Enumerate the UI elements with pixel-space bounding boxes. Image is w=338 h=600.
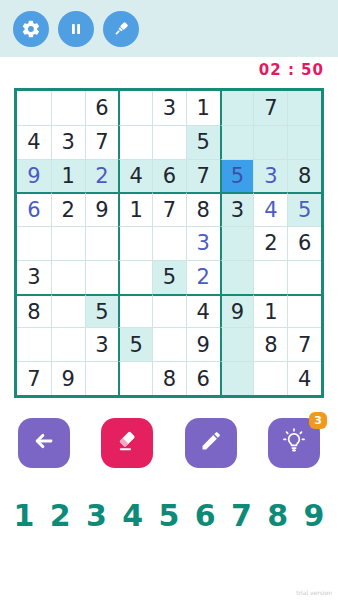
sudoku-cell-r8c4[interactable]: 5	[118, 327, 152, 361]
sudoku-cell-r2c1[interactable]: 4	[17, 125, 51, 159]
pencil-icon	[199, 429, 223, 457]
sudoku-cell-r5c7[interactable]	[220, 226, 254, 260]
sudoku-cell-r2c6[interactable]: 5	[186, 125, 220, 159]
sudoku-cell-r8c7[interactable]	[220, 327, 254, 361]
sudoku-cell-r2c9[interactable]	[287, 125, 321, 159]
sudoku-cell-r9c5[interactable]: 8	[152, 361, 186, 395]
lightbulb-icon	[280, 427, 308, 459]
sudoku-cell-r6c1[interactable]: 3	[17, 260, 51, 294]
sudoku-cell-r8c6[interactable]: 9	[186, 327, 220, 361]
eraser-icon	[114, 428, 140, 458]
sudoku-cell-r9c4[interactable]	[118, 361, 152, 395]
sudoku-cell-r3c3[interactable]: 2	[85, 159, 119, 193]
sudoku-cell-r9c2[interactable]: 9	[51, 361, 85, 395]
undo-arrow-icon	[31, 428, 57, 458]
sudoku-cell-r7c5[interactable]	[152, 294, 186, 328]
sudoku-cell-r8c9[interactable]: 7	[287, 327, 321, 361]
sudoku-cell-r9c7[interactable]	[220, 361, 254, 395]
sudoku-cell-r3c6[interactable]: 7	[186, 159, 220, 193]
sudoku-cell-r6c9[interactable]	[287, 260, 321, 294]
sudoku-cell-r7c2[interactable]	[51, 294, 85, 328]
top-toolbar	[0, 0, 338, 57]
sudoku-cell-r3c5[interactable]: 6	[152, 159, 186, 193]
sudoku-cell-r7c7[interactable]: 9	[220, 294, 254, 328]
sudoku-cell-r2c5[interactable]	[152, 125, 186, 159]
sudoku-cell-r1c7[interactable]	[220, 91, 254, 125]
sudoku-cell-r1c9[interactable]	[287, 91, 321, 125]
undo-button[interactable]	[18, 418, 70, 468]
sudoku-cell-r4c5[interactable]: 7	[152, 192, 186, 226]
sudoku-cell-r3c2[interactable]: 1	[51, 159, 85, 193]
sudoku-cell-r4c3[interactable]: 9	[85, 192, 119, 226]
sudoku-cell-r9c1[interactable]: 7	[17, 361, 51, 395]
sudoku-cell-r3c1[interactable]: 9	[17, 159, 51, 193]
numpad-6[interactable]: 6	[193, 501, 217, 531]
sudoku-cell-r1c1[interactable]	[17, 91, 51, 125]
sudoku-cell-r1c3[interactable]: 6	[85, 91, 119, 125]
sudoku-cell-r7c6[interactable]: 4	[186, 294, 220, 328]
settings-button[interactable]	[13, 11, 49, 47]
sudoku-cell-r6c7[interactable]	[220, 260, 254, 294]
sudoku-cell-r9c6[interactable]: 6	[186, 361, 220, 395]
sudoku-cell-r8c5[interactable]	[152, 327, 186, 361]
sudoku-cell-r4c8[interactable]: 4	[253, 192, 287, 226]
sudoku-cell-r5c6[interactable]: 3	[186, 226, 220, 260]
numpad-7[interactable]: 7	[230, 501, 254, 531]
sudoku-cell-r5c4[interactable]	[118, 226, 152, 260]
sudoku-cell-r6c2[interactable]	[51, 260, 85, 294]
numpad-4[interactable]: 4	[121, 501, 145, 531]
sudoku-cell-r3c9[interactable]: 8	[287, 159, 321, 193]
gear-icon	[21, 19, 41, 39]
sudoku-cell-r4c2[interactable]: 2	[51, 192, 85, 226]
sudoku-cell-r9c8[interactable]	[253, 361, 287, 395]
sudoku-cell-r7c9[interactable]	[287, 294, 321, 328]
number-pad: 123456789	[0, 498, 338, 534]
numpad-9[interactable]: 9	[302, 501, 326, 531]
sudoku-cell-r7c8[interactable]: 1	[253, 294, 287, 328]
sudoku-board: 6317437591246753862917834532635285491359…	[14, 88, 324, 398]
sudoku-cell-r5c1[interactable]	[17, 226, 51, 260]
sudoku-cell-r5c8[interactable]: 2	[253, 226, 287, 260]
sudoku-cell-r4c4[interactable]: 1	[118, 192, 152, 226]
sudoku-cell-r6c5[interactable]: 5	[152, 260, 186, 294]
pause-button[interactable]	[58, 11, 94, 47]
timer: 02 : 50	[259, 61, 324, 79]
pause-icon	[66, 19, 86, 39]
watermark-text: trial version	[296, 589, 332, 596]
numpad-2[interactable]: 2	[48, 501, 72, 531]
numpad-5[interactable]: 5	[157, 501, 181, 531]
sudoku-cell-r4c9[interactable]: 5	[287, 192, 321, 226]
sudoku-cell-r1c8[interactable]: 7	[253, 91, 287, 125]
sudoku-cell-r5c9[interactable]: 6	[287, 226, 321, 260]
numpad-3[interactable]: 3	[85, 501, 109, 531]
numpad-1[interactable]: 1	[12, 501, 36, 531]
sudoku-cell-r8c1[interactable]	[17, 327, 51, 361]
sudoku-cell-r7c1[interactable]: 8	[17, 294, 51, 328]
sudoku-cell-r5c5[interactable]	[152, 226, 186, 260]
sudoku-cell-r2c4[interactable]	[118, 125, 152, 159]
sudoku-cell-r1c4[interactable]	[118, 91, 152, 125]
sudoku-cell-r6c4[interactable]	[118, 260, 152, 294]
paintbrush-icon	[111, 19, 131, 39]
sudoku-cell-r7c3[interactable]: 5	[85, 294, 119, 328]
sudoku-cell-r3c4[interactable]: 4	[118, 159, 152, 193]
sudoku-cell-r2c2[interactable]: 3	[51, 125, 85, 159]
erase-button[interactable]	[101, 418, 153, 468]
sudoku-cell-r1c5[interactable]: 3	[152, 91, 186, 125]
sudoku-cell-r4c1[interactable]: 6	[17, 192, 51, 226]
sudoku-cell-r8c3[interactable]: 3	[85, 327, 119, 361]
sudoku-cell-r1c2[interactable]	[51, 91, 85, 125]
sudoku-cell-r2c7[interactable]	[220, 125, 254, 159]
numpad-8[interactable]: 8	[266, 501, 290, 531]
sudoku-cell-r6c6[interactable]: 2	[186, 260, 220, 294]
hint-count-badge: 3	[309, 412, 327, 429]
sudoku-cell-r6c8[interactable]	[253, 260, 287, 294]
sudoku-cell-r5c2[interactable]	[51, 226, 85, 260]
action-toolbar: 3	[0, 418, 338, 468]
sudoku-cell-r5c3[interactable]	[85, 226, 119, 260]
sudoku-cell-r9c3[interactable]	[85, 361, 119, 395]
sudoku-cell-r4c7[interactable]: 3	[220, 192, 254, 226]
sudoku-cell-r8c2[interactable]	[51, 327, 85, 361]
sudoku-cell-r6c3[interactable]	[85, 260, 119, 294]
sudoku-cell-r2c8[interactable]	[253, 125, 287, 159]
sudoku-cell-r1c6[interactable]: 1	[186, 91, 220, 125]
sudoku-cell-r9c9[interactable]: 4	[287, 361, 321, 395]
pencil-button[interactable]	[185, 418, 237, 468]
theme-button[interactable]	[103, 11, 139, 47]
sudoku-cell-r4c6[interactable]: 8	[186, 192, 220, 226]
sudoku-cell-r3c7[interactable]: 5	[220, 159, 254, 193]
sudoku-cell-r2c3[interactable]: 7	[85, 125, 119, 159]
sudoku-cell-r3c8[interactable]: 3	[253, 159, 287, 193]
sudoku-cell-r7c4[interactable]	[118, 294, 152, 328]
sudoku-cell-r8c8[interactable]: 8	[253, 327, 287, 361]
hint-button[interactable]: 3	[268, 418, 320, 468]
